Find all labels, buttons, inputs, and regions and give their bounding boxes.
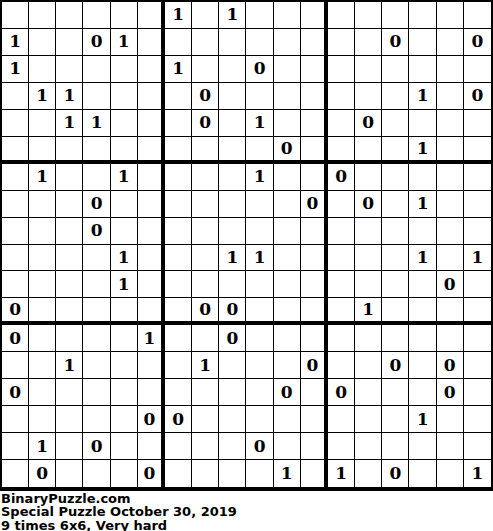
cell-r2c5[interactable]: 1	[111, 29, 138, 56]
cell-r11c4[interactable]	[83, 271, 110, 298]
cell-r1c9[interactable]: 1	[219, 2, 246, 29]
cell-r9c8[interactable]	[192, 218, 219, 245]
cell-r18c5[interactable]	[111, 460, 138, 487]
cell-r9c7[interactable]	[165, 218, 192, 245]
cell-r2c16[interactable]	[409, 29, 436, 56]
cell-r17c11[interactable]	[274, 433, 301, 460]
cell-r6c10[interactable]	[246, 137, 273, 164]
cell-r8c5[interactable]	[111, 191, 138, 218]
cell-r10c4[interactable]	[83, 245, 110, 272]
cell-r12c16[interactable]	[409, 298, 436, 325]
cell-r17c16[interactable]	[409, 433, 436, 460]
cell-r12c14[interactable]: 1	[355, 298, 382, 325]
cell-r12c2[interactable]	[29, 298, 56, 325]
cell-r5c11[interactable]	[274, 110, 301, 137]
cell-r17c5[interactable]	[111, 433, 138, 460]
cell-r10c11[interactable]	[274, 245, 301, 272]
cell-r2c14[interactable]	[355, 29, 382, 56]
cell-r11c8[interactable]	[192, 271, 219, 298]
cell-r9c11[interactable]	[274, 218, 301, 245]
cell-r14c6[interactable]	[138, 352, 165, 379]
cell-r7c12[interactable]	[301, 164, 328, 191]
cell-r3c13[interactable]	[328, 56, 355, 83]
cell-r13c4[interactable]	[83, 325, 110, 352]
cell-r1c17[interactable]	[437, 2, 464, 29]
cell-r3c5[interactable]	[111, 56, 138, 83]
cell-r8c18[interactable]	[464, 191, 491, 218]
cell-r5c4[interactable]: 1	[83, 110, 110, 137]
cell-r5c18[interactable]	[464, 110, 491, 137]
cell-r7c13[interactable]: 0	[328, 164, 355, 191]
cell-r6c7[interactable]	[165, 137, 192, 164]
cell-r11c3[interactable]	[56, 271, 83, 298]
cell-r10c10[interactable]: 1	[246, 245, 273, 272]
cell-r9c4[interactable]: 0	[83, 218, 110, 245]
cell-r18c11[interactable]: 1	[274, 460, 301, 487]
cell-r9c17[interactable]	[437, 218, 464, 245]
cell-r1c1[interactable]	[2, 2, 29, 29]
cell-r11c17[interactable]: 0	[437, 271, 464, 298]
cell-r6c14[interactable]	[355, 137, 382, 164]
cell-r13c5[interactable]	[111, 325, 138, 352]
cell-r2c18[interactable]: 0	[464, 29, 491, 56]
cell-r3c3[interactable]	[56, 56, 83, 83]
cell-r2c1[interactable]: 1	[2, 29, 29, 56]
cell-r14c1[interactable]	[2, 352, 29, 379]
cell-r18c16[interactable]	[409, 460, 436, 487]
cell-r2c3[interactable]	[56, 29, 83, 56]
cell-r11c15[interactable]	[382, 271, 409, 298]
cell-r16c12[interactable]	[301, 406, 328, 433]
cell-r11c1[interactable]	[2, 271, 29, 298]
cell-r16c10[interactable]	[246, 406, 273, 433]
cell-r15c13[interactable]: 0	[328, 379, 355, 406]
cell-r15c12[interactable]	[301, 379, 328, 406]
cell-r2c9[interactable]	[219, 29, 246, 56]
cell-r9c9[interactable]	[219, 218, 246, 245]
cell-r15c9[interactable]	[219, 379, 246, 406]
cell-r4c7[interactable]	[165, 83, 192, 110]
cell-r7c5[interactable]: 1	[111, 164, 138, 191]
cell-r13c7[interactable]	[165, 325, 192, 352]
cell-r15c1[interactable]: 0	[2, 379, 29, 406]
cell-r1c3[interactable]	[56, 2, 83, 29]
cell-r11c2[interactable]	[29, 271, 56, 298]
cell-r8c6[interactable]	[138, 191, 165, 218]
cell-r2c8[interactable]	[192, 29, 219, 56]
cell-r3c12[interactable]	[301, 56, 328, 83]
cell-r11c10[interactable]	[246, 271, 273, 298]
cell-r16c11[interactable]	[274, 406, 301, 433]
cell-r11c16[interactable]	[409, 271, 436, 298]
cell-r3c18[interactable]	[464, 56, 491, 83]
cell-r6c17[interactable]	[437, 137, 464, 164]
cell-r17c7[interactable]	[165, 433, 192, 460]
cell-r17c4[interactable]: 0	[83, 433, 110, 460]
cell-r8c1[interactable]	[2, 191, 29, 218]
cell-r14c3[interactable]: 1	[56, 352, 83, 379]
cell-r17c12[interactable]	[301, 433, 328, 460]
cell-r16c17[interactable]	[437, 406, 464, 433]
cell-r14c17[interactable]: 0	[437, 352, 464, 379]
cell-r12c12[interactable]	[301, 298, 328, 325]
cell-r8c17[interactable]	[437, 191, 464, 218]
cell-r10c7[interactable]	[165, 245, 192, 272]
cell-r15c14[interactable]	[355, 379, 382, 406]
cell-r4c16[interactable]: 1	[409, 83, 436, 110]
cell-r17c15[interactable]	[382, 433, 409, 460]
cell-r12c10[interactable]	[246, 298, 273, 325]
cell-r18c14[interactable]	[355, 460, 382, 487]
cell-r4c11[interactable]	[274, 83, 301, 110]
cell-r1c16[interactable]	[409, 2, 436, 29]
cell-r16c3[interactable]	[56, 406, 83, 433]
cell-r5c14[interactable]: 0	[355, 110, 382, 137]
cell-r8c16[interactable]: 1	[409, 191, 436, 218]
cell-r18c9[interactable]	[219, 460, 246, 487]
cell-r14c4[interactable]	[83, 352, 110, 379]
cell-r18c12[interactable]	[301, 460, 328, 487]
cell-r3c10[interactable]: 0	[246, 56, 273, 83]
cell-r1c2[interactable]	[29, 2, 56, 29]
cell-r3c9[interactable]	[219, 56, 246, 83]
cell-r9c13[interactable]	[328, 218, 355, 245]
cell-r16c14[interactable]	[355, 406, 382, 433]
cell-r6c8[interactable]	[192, 137, 219, 164]
cell-r10c18[interactable]: 1	[464, 245, 491, 272]
cell-r5c7[interactable]	[165, 110, 192, 137]
cell-r14c8[interactable]: 1	[192, 352, 219, 379]
cell-r13c14[interactable]	[355, 325, 382, 352]
cell-r16c2[interactable]	[29, 406, 56, 433]
cell-r16c9[interactable]	[219, 406, 246, 433]
cell-r5c2[interactable]	[29, 110, 56, 137]
cell-r8c11[interactable]	[274, 191, 301, 218]
cell-r11c14[interactable]	[355, 271, 382, 298]
cell-r14c2[interactable]	[29, 352, 56, 379]
cell-r5c15[interactable]	[382, 110, 409, 137]
cell-r8c3[interactable]	[56, 191, 83, 218]
cell-r3c8[interactable]	[192, 56, 219, 83]
cell-r1c12[interactable]	[301, 2, 328, 29]
cell-r3c16[interactable]	[409, 56, 436, 83]
cell-r18c1[interactable]	[2, 460, 29, 487]
cell-r8c10[interactable]	[246, 191, 273, 218]
cell-r14c14[interactable]	[355, 352, 382, 379]
cell-r14c16[interactable]	[409, 352, 436, 379]
cell-r13c12[interactable]	[301, 325, 328, 352]
cell-r15c16[interactable]	[409, 379, 436, 406]
cell-r15c2[interactable]	[29, 379, 56, 406]
cell-r10c13[interactable]	[328, 245, 355, 272]
cell-r15c8[interactable]	[192, 379, 219, 406]
cell-r9c3[interactable]	[56, 218, 83, 245]
cell-r11c12[interactable]	[301, 271, 328, 298]
cell-r18c13[interactable]: 1	[328, 460, 355, 487]
cell-r3c7[interactable]: 1	[165, 56, 192, 83]
cell-r12c17[interactable]	[437, 298, 464, 325]
cell-r8c13[interactable]	[328, 191, 355, 218]
cell-r1c11[interactable]	[274, 2, 301, 29]
cell-r1c15[interactable]	[382, 2, 409, 29]
cell-r6c5[interactable]	[111, 137, 138, 164]
cell-r4c10[interactable]	[246, 83, 273, 110]
cell-r15c7[interactable]	[165, 379, 192, 406]
cell-r16c8[interactable]	[192, 406, 219, 433]
cell-r13c10[interactable]	[246, 325, 273, 352]
cell-r5c13[interactable]	[328, 110, 355, 137]
cell-r6c18[interactable]	[464, 137, 491, 164]
cell-r17c10[interactable]: 0	[246, 433, 273, 460]
cell-r3c14[interactable]	[355, 56, 382, 83]
cell-r14c15[interactable]: 0	[382, 352, 409, 379]
cell-r8c15[interactable]	[382, 191, 409, 218]
cell-r7c7[interactable]	[165, 164, 192, 191]
cell-r2c12[interactable]	[301, 29, 328, 56]
cell-r5c9[interactable]	[219, 110, 246, 137]
cell-r9c15[interactable]	[382, 218, 409, 245]
cell-r18c17[interactable]	[437, 460, 464, 487]
cell-r12c11[interactable]	[274, 298, 301, 325]
cell-r8c14[interactable]: 0	[355, 191, 382, 218]
cell-r6c13[interactable]	[328, 137, 355, 164]
cell-r10c16[interactable]: 1	[409, 245, 436, 272]
cell-r10c3[interactable]	[56, 245, 83, 272]
cell-r6c11[interactable]: 0	[274, 137, 301, 164]
cell-r9c16[interactable]	[409, 218, 436, 245]
cell-r15c4[interactable]	[83, 379, 110, 406]
cell-r2c10[interactable]	[246, 29, 273, 56]
cell-r12c13[interactable]	[328, 298, 355, 325]
cell-r11c7[interactable]	[165, 271, 192, 298]
cell-r15c15[interactable]	[382, 379, 409, 406]
cell-r18c7[interactable]	[165, 460, 192, 487]
cell-r10c12[interactable]	[301, 245, 328, 272]
cell-r9c1[interactable]	[2, 218, 29, 245]
cell-r15c11[interactable]: 0	[274, 379, 301, 406]
cell-r9c14[interactable]	[355, 218, 382, 245]
cell-r9c6[interactable]	[138, 218, 165, 245]
cell-r5c8[interactable]: 0	[192, 110, 219, 137]
cell-r8c12[interactable]: 0	[301, 191, 328, 218]
cell-r12c15[interactable]	[382, 298, 409, 325]
cell-r4c12[interactable]	[301, 83, 328, 110]
cell-r12c5[interactable]	[111, 298, 138, 325]
cell-r4c15[interactable]	[382, 83, 409, 110]
cell-r7c4[interactable]	[83, 164, 110, 191]
cell-r16c5[interactable]	[111, 406, 138, 433]
cell-r16c13[interactable]	[328, 406, 355, 433]
cell-r3c11[interactable]	[274, 56, 301, 83]
cell-r7c16[interactable]	[409, 164, 436, 191]
cell-r3c1[interactable]: 1	[2, 56, 29, 83]
cell-r9c2[interactable]	[29, 218, 56, 245]
cell-r3c6[interactable]	[138, 56, 165, 83]
cell-r7c9[interactable]	[219, 164, 246, 191]
cell-r5c3[interactable]: 1	[56, 110, 83, 137]
cell-r4c6[interactable]	[138, 83, 165, 110]
cell-r13c16[interactable]	[409, 325, 436, 352]
cell-r16c16[interactable]: 1	[409, 406, 436, 433]
cell-r5c17[interactable]	[437, 110, 464, 137]
cell-r13c9[interactable]: 0	[219, 325, 246, 352]
cell-r7c18[interactable]	[464, 164, 491, 191]
cell-r8c2[interactable]	[29, 191, 56, 218]
cell-r7c2[interactable]: 1	[29, 164, 56, 191]
cell-r18c15[interactable]: 0	[382, 460, 409, 487]
cell-r7c11[interactable]	[274, 164, 301, 191]
cell-r13c3[interactable]	[56, 325, 83, 352]
cell-r5c10[interactable]: 1	[246, 110, 273, 137]
cell-r13c11[interactable]	[274, 325, 301, 352]
cell-r3c2[interactable]	[29, 56, 56, 83]
cell-r4c4[interactable]	[83, 83, 110, 110]
cell-r13c8[interactable]	[192, 325, 219, 352]
cell-r7c6[interactable]	[138, 164, 165, 191]
cell-r15c6[interactable]	[138, 379, 165, 406]
cell-r9c10[interactable]	[246, 218, 273, 245]
cell-r7c10[interactable]: 1	[246, 164, 273, 191]
cell-r10c14[interactable]	[355, 245, 382, 272]
cell-r13c18[interactable]	[464, 325, 491, 352]
cell-r8c8[interactable]	[192, 191, 219, 218]
cell-r8c7[interactable]	[165, 191, 192, 218]
cell-r5c6[interactable]	[138, 110, 165, 137]
cell-r12c7[interactable]	[165, 298, 192, 325]
cell-r17c8[interactable]	[192, 433, 219, 460]
cell-r6c6[interactable]	[138, 137, 165, 164]
cell-r12c6[interactable]	[138, 298, 165, 325]
cell-r10c9[interactable]: 1	[219, 245, 246, 272]
cell-r11c9[interactable]	[219, 271, 246, 298]
cell-r10c5[interactable]: 1	[111, 245, 138, 272]
cell-r4c17[interactable]	[437, 83, 464, 110]
cell-r14c18[interactable]	[464, 352, 491, 379]
cell-r7c1[interactable]	[2, 164, 29, 191]
cell-r15c17[interactable]: 0	[437, 379, 464, 406]
cell-r5c1[interactable]	[2, 110, 29, 137]
cell-r11c6[interactable]	[138, 271, 165, 298]
cell-r14c12[interactable]: 0	[301, 352, 328, 379]
cell-r5c12[interactable]	[301, 110, 328, 137]
cell-r7c8[interactable]	[192, 164, 219, 191]
cell-r4c2[interactable]: 1	[29, 83, 56, 110]
cell-r16c1[interactable]	[2, 406, 29, 433]
cell-r2c4[interactable]: 0	[83, 29, 110, 56]
cell-r4c3[interactable]: 1	[56, 83, 83, 110]
cell-r4c13[interactable]	[328, 83, 355, 110]
cell-r2c17[interactable]	[437, 29, 464, 56]
cell-r11c18[interactable]	[464, 271, 491, 298]
cell-r12c8[interactable]: 0	[192, 298, 219, 325]
cell-r10c2[interactable]	[29, 245, 56, 272]
cell-r1c6[interactable]	[138, 2, 165, 29]
cell-r6c12[interactable]	[301, 137, 328, 164]
cell-r7c14[interactable]	[355, 164, 382, 191]
cell-r1c7[interactable]: 1	[165, 2, 192, 29]
cell-r4c5[interactable]	[111, 83, 138, 110]
cell-r4c18[interactable]: 0	[464, 83, 491, 110]
cell-r10c17[interactable]	[437, 245, 464, 272]
cell-r6c16[interactable]: 1	[409, 137, 436, 164]
cell-r1c14[interactable]	[355, 2, 382, 29]
cell-r17c17[interactable]	[437, 433, 464, 460]
cell-r13c2[interactable]	[29, 325, 56, 352]
cell-r6c2[interactable]	[29, 137, 56, 164]
cell-r18c6[interactable]: 0	[138, 460, 165, 487]
cell-r18c10[interactable]	[246, 460, 273, 487]
cell-r3c15[interactable]	[382, 56, 409, 83]
cell-r13c13[interactable]	[328, 325, 355, 352]
cell-r16c18[interactable]	[464, 406, 491, 433]
cell-r17c13[interactable]	[328, 433, 355, 460]
cell-r15c18[interactable]	[464, 379, 491, 406]
cell-r2c2[interactable]	[29, 29, 56, 56]
cell-r18c18[interactable]: 1	[464, 460, 491, 487]
cell-r13c6[interactable]: 1	[138, 325, 165, 352]
cell-r13c15[interactable]	[382, 325, 409, 352]
cell-r11c13[interactable]	[328, 271, 355, 298]
cell-r6c9[interactable]	[219, 137, 246, 164]
cell-r1c13[interactable]	[328, 2, 355, 29]
cell-r12c4[interactable]	[83, 298, 110, 325]
cell-r12c9[interactable]: 0	[219, 298, 246, 325]
cell-r7c15[interactable]	[382, 164, 409, 191]
cell-r17c1[interactable]	[2, 433, 29, 460]
cell-r16c6[interactable]: 0	[138, 406, 165, 433]
cell-r1c10[interactable]	[246, 2, 273, 29]
cell-r14c10[interactable]	[246, 352, 273, 379]
cell-r3c4[interactable]	[83, 56, 110, 83]
cell-r4c1[interactable]	[2, 83, 29, 110]
cell-r6c3[interactable]	[56, 137, 83, 164]
cell-r10c1[interactable]	[2, 245, 29, 272]
cell-r2c6[interactable]	[138, 29, 165, 56]
cell-r17c3[interactable]	[56, 433, 83, 460]
cell-r13c17[interactable]	[437, 325, 464, 352]
cell-r13c1[interactable]: 0	[2, 325, 29, 352]
cell-r15c3[interactable]	[56, 379, 83, 406]
cell-r5c5[interactable]	[111, 110, 138, 137]
cell-r14c7[interactable]	[165, 352, 192, 379]
cell-r1c5[interactable]	[111, 2, 138, 29]
cell-r16c7[interactable]: 0	[165, 406, 192, 433]
cell-r11c5[interactable]: 1	[111, 271, 138, 298]
cell-r6c4[interactable]	[83, 137, 110, 164]
cell-r1c8[interactable]	[192, 2, 219, 29]
cell-r17c6[interactable]	[138, 433, 165, 460]
cell-r2c15[interactable]: 0	[382, 29, 409, 56]
cell-r17c9[interactable]	[219, 433, 246, 460]
cell-r17c14[interactable]	[355, 433, 382, 460]
cell-r1c18[interactable]	[464, 2, 491, 29]
cell-r12c3[interactable]	[56, 298, 83, 325]
cell-r8c4[interactable]: 0	[83, 191, 110, 218]
cell-r6c15[interactable]	[382, 137, 409, 164]
cell-r4c9[interactable]	[219, 83, 246, 110]
cell-r17c2[interactable]: 1	[29, 433, 56, 460]
cell-r6c1[interactable]	[2, 137, 29, 164]
cell-r5c16[interactable]	[409, 110, 436, 137]
cell-r15c10[interactable]	[246, 379, 273, 406]
cell-r11c11[interactable]	[274, 271, 301, 298]
cell-r8c9[interactable]	[219, 191, 246, 218]
cell-r14c11[interactable]	[274, 352, 301, 379]
cell-r10c15[interactable]	[382, 245, 409, 272]
cell-r12c18[interactable]	[464, 298, 491, 325]
cell-r4c14[interactable]	[355, 83, 382, 110]
cell-r2c13[interactable]	[328, 29, 355, 56]
